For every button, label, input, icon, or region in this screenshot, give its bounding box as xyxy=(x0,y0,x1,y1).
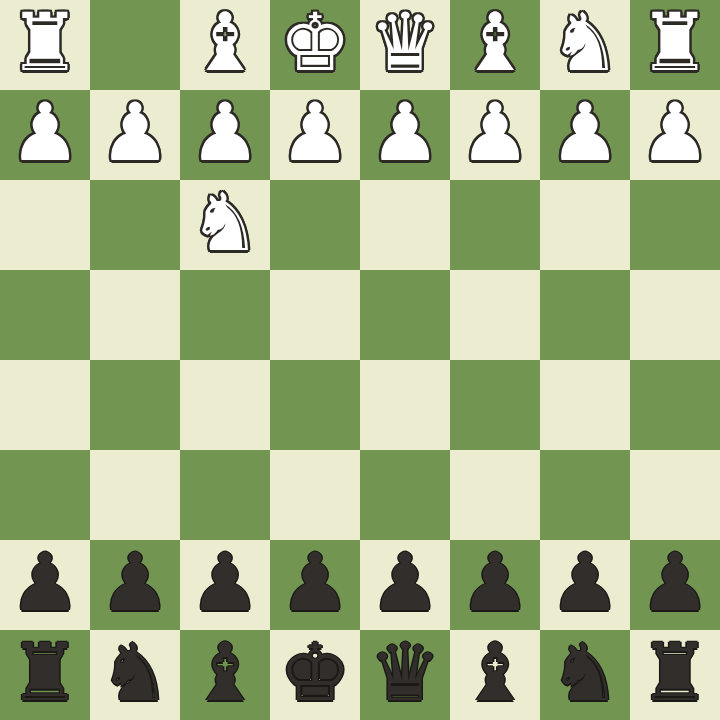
square-h5[interactable] xyxy=(0,360,90,450)
piece-white-pawn: ♟ xyxy=(459,88,531,178)
square-d1[interactable]: ♛ xyxy=(360,0,450,90)
square-e4[interactable] xyxy=(270,270,360,360)
square-e7[interactable]: ♟ xyxy=(270,540,360,630)
square-e6[interactable] xyxy=(270,450,360,540)
square-e5[interactable] xyxy=(270,360,360,450)
piece-black-pawn: ♟ xyxy=(459,538,531,628)
square-g3[interactable] xyxy=(90,180,180,270)
square-f8[interactable]: ♝ xyxy=(180,630,270,720)
square-a6[interactable] xyxy=(630,450,720,540)
piece-white-pawn: ♟ xyxy=(549,88,621,178)
square-a2[interactable]: ♟ xyxy=(630,90,720,180)
square-a4[interactable] xyxy=(630,270,720,360)
square-f5[interactable] xyxy=(180,360,270,450)
piece-black-bishop: ♝ xyxy=(459,628,531,718)
piece-black-bishop: ♝ xyxy=(189,628,261,718)
piece-white-king: ♚ xyxy=(279,0,351,88)
piece-white-bishop: ♝ xyxy=(189,0,261,88)
piece-white-knight: ♞ xyxy=(549,0,621,88)
piece-black-knight: ♞ xyxy=(549,628,621,718)
square-f4[interactable] xyxy=(180,270,270,360)
square-e1[interactable]: ♚ xyxy=(270,0,360,90)
square-c3[interactable] xyxy=(450,180,540,270)
square-b1[interactable]: ♞ xyxy=(540,0,630,90)
square-d5[interactable] xyxy=(360,360,450,450)
piece-black-pawn: ♟ xyxy=(369,538,441,628)
square-g2[interactable]: ♟ xyxy=(90,90,180,180)
square-e3[interactable] xyxy=(270,180,360,270)
square-h7[interactable]: ♟ xyxy=(0,540,90,630)
square-b4[interactable] xyxy=(540,270,630,360)
square-d6[interactable] xyxy=(360,450,450,540)
square-h2[interactable]: ♟ xyxy=(0,90,90,180)
square-f2[interactable]: ♟ xyxy=(180,90,270,180)
square-f6[interactable] xyxy=(180,450,270,540)
piece-black-knight: ♞ xyxy=(99,628,171,718)
square-h4[interactable] xyxy=(0,270,90,360)
piece-white-pawn: ♟ xyxy=(279,88,351,178)
piece-black-rook: ♜ xyxy=(639,628,711,718)
piece-black-pawn: ♟ xyxy=(189,538,261,628)
square-b6[interactable] xyxy=(540,450,630,540)
square-a8[interactable]: ♜ xyxy=(630,630,720,720)
square-g1[interactable] xyxy=(90,0,180,90)
piece-white-queen: ♛ xyxy=(369,0,441,88)
square-g4[interactable] xyxy=(90,270,180,360)
square-c1[interactable]: ♝ xyxy=(450,0,540,90)
square-d2[interactable]: ♟ xyxy=(360,90,450,180)
square-a5[interactable] xyxy=(630,360,720,450)
square-g7[interactable]: ♟ xyxy=(90,540,180,630)
square-b8[interactable]: ♞ xyxy=(540,630,630,720)
square-a1[interactable]: ♜ xyxy=(630,0,720,90)
square-c8[interactable]: ♝ xyxy=(450,630,540,720)
square-d8[interactable]: ♛ xyxy=(360,630,450,720)
square-b2[interactable]: ♟ xyxy=(540,90,630,180)
square-h1[interactable]: ♜ xyxy=(0,0,90,90)
piece-white-pawn: ♟ xyxy=(99,88,171,178)
piece-white-rook: ♜ xyxy=(9,0,81,88)
square-c7[interactable]: ♟ xyxy=(450,540,540,630)
chess-board: ♜♝♚♛♝♞♜♟♟♟♟♟♟♟♟♞♟♟♟♟♟♟♟♟♜♞♝♚♛♝♞♜ xyxy=(0,0,720,720)
square-d3[interactable] xyxy=(360,180,450,270)
piece-black-pawn: ♟ xyxy=(639,538,711,628)
piece-black-pawn: ♟ xyxy=(9,538,81,628)
piece-black-pawn: ♟ xyxy=(549,538,621,628)
square-c5[interactable] xyxy=(450,360,540,450)
piece-white-pawn: ♟ xyxy=(639,88,711,178)
square-c2[interactable]: ♟ xyxy=(450,90,540,180)
square-a3[interactable] xyxy=(630,180,720,270)
square-b7[interactable]: ♟ xyxy=(540,540,630,630)
piece-white-knight: ♞ xyxy=(189,178,261,268)
square-f7[interactable]: ♟ xyxy=(180,540,270,630)
piece-black-pawn: ♟ xyxy=(99,538,171,628)
piece-white-pawn: ♟ xyxy=(9,88,81,178)
square-d4[interactable] xyxy=(360,270,450,360)
piece-white-pawn: ♟ xyxy=(369,88,441,178)
square-g6[interactable] xyxy=(90,450,180,540)
square-e8[interactable]: ♚ xyxy=(270,630,360,720)
square-e2[interactable]: ♟ xyxy=(270,90,360,180)
square-g8[interactable]: ♞ xyxy=(90,630,180,720)
square-c4[interactable] xyxy=(450,270,540,360)
square-f1[interactable]: ♝ xyxy=(180,0,270,90)
square-h6[interactable] xyxy=(0,450,90,540)
square-d7[interactable]: ♟ xyxy=(360,540,450,630)
piece-black-queen: ♛ xyxy=(369,628,441,718)
piece-black-pawn: ♟ xyxy=(279,538,351,628)
square-b5[interactable] xyxy=(540,360,630,450)
square-f3[interactable]: ♞ xyxy=(180,180,270,270)
square-a7[interactable]: ♟ xyxy=(630,540,720,630)
square-h8[interactable]: ♜ xyxy=(0,630,90,720)
piece-white-rook: ♜ xyxy=(639,0,711,88)
square-g5[interactable] xyxy=(90,360,180,450)
square-b3[interactable] xyxy=(540,180,630,270)
piece-black-rook: ♜ xyxy=(9,628,81,718)
square-h3[interactable] xyxy=(0,180,90,270)
piece-white-pawn: ♟ xyxy=(189,88,261,178)
square-c6[interactable] xyxy=(450,450,540,540)
piece-white-bishop: ♝ xyxy=(459,0,531,88)
piece-black-king: ♚ xyxy=(279,628,351,718)
